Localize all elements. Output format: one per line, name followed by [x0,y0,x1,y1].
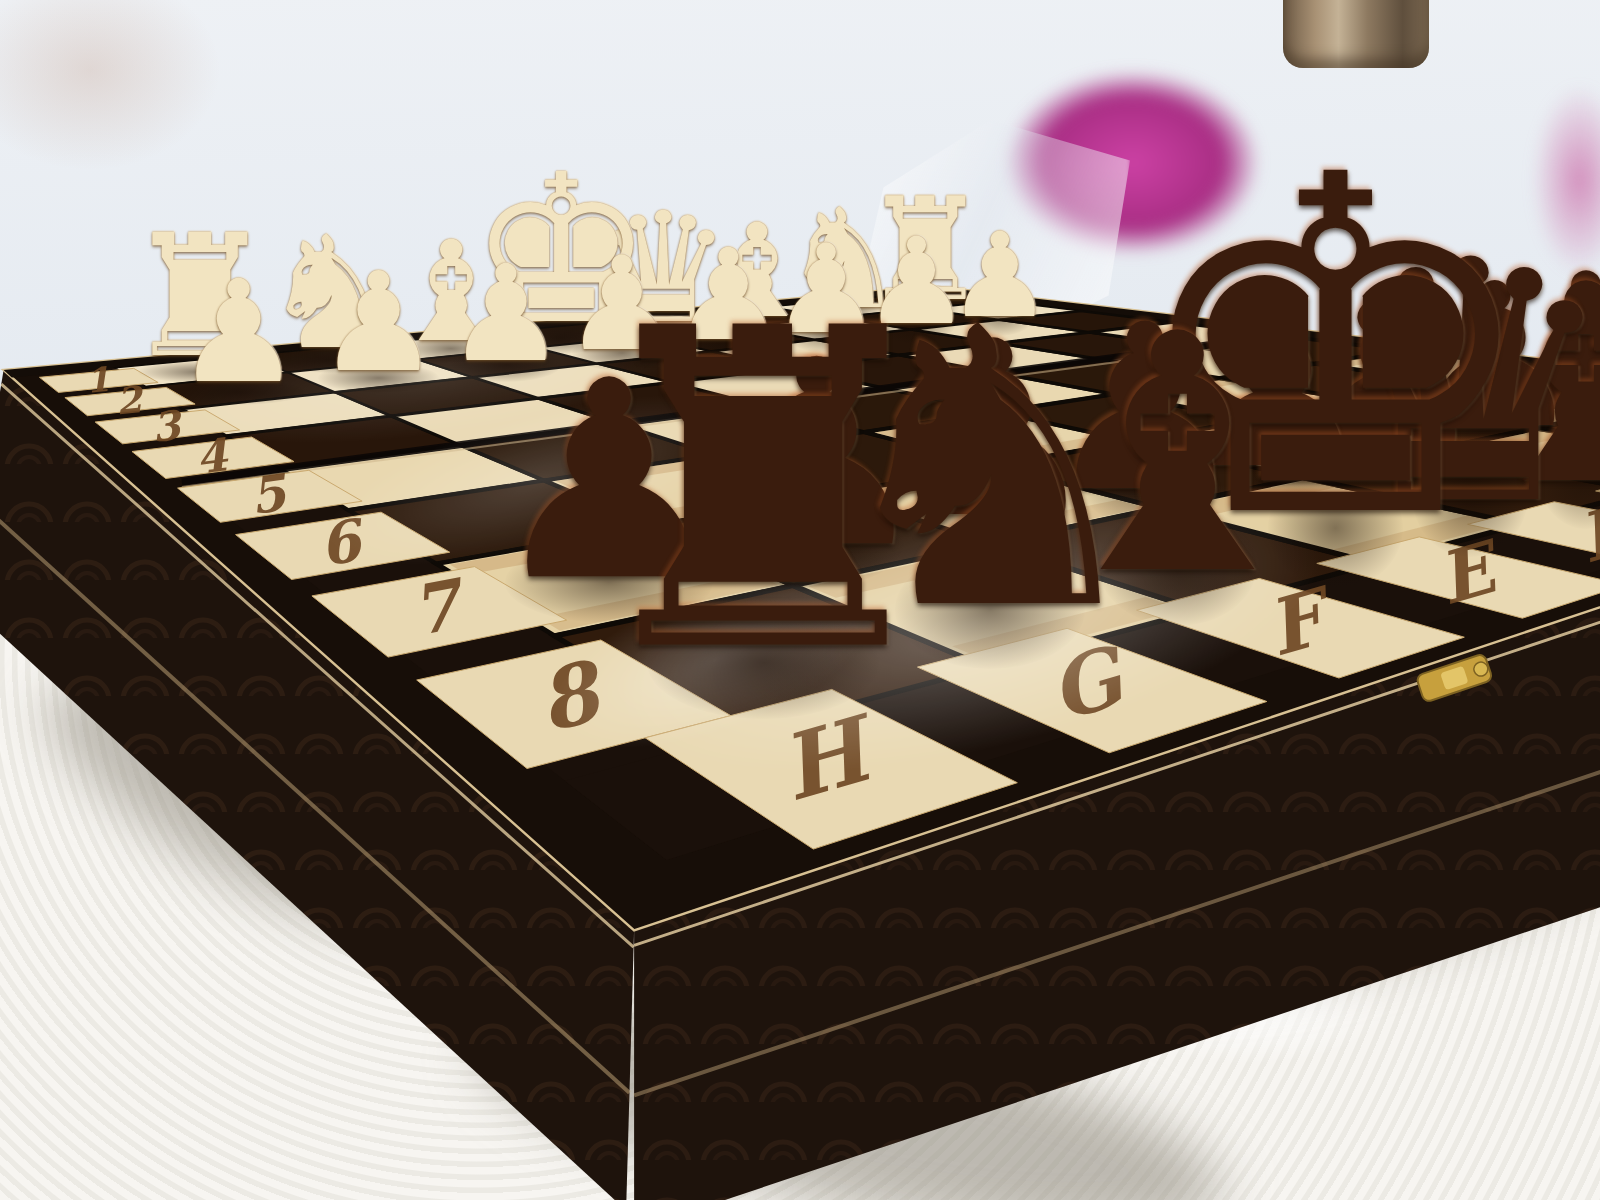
chess-photo-scene: 12345678HGFEDCBA ♜♞♟♝♟♛♟♚♟♝♟♞♟♜♟♟♟♟♜♟♞♟♝… [0,0,1600,1200]
dark-rook-h8[interactable]: ♜ [543,273,982,712]
white-pawn-h2[interactable]: ♟ [168,262,309,403]
white-pawn-g2[interactable]: ♟ [310,254,447,391]
